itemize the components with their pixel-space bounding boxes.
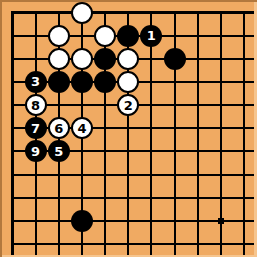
stone-white xyxy=(48,48,70,70)
stone-black xyxy=(94,71,116,93)
stone-black-move-9: 9 xyxy=(25,140,47,162)
stone-white xyxy=(94,25,116,47)
stone-black-move-5: 5 xyxy=(48,140,70,162)
go-board: 138276495 xyxy=(0,0,257,257)
stone-white-move-4: 4 xyxy=(71,117,93,139)
stone-black-move-1: 1 xyxy=(140,25,162,47)
stone-white xyxy=(71,2,93,24)
stone-black-move-7: 7 xyxy=(25,117,47,139)
board-wood-edge-left xyxy=(0,0,2,257)
stone-black xyxy=(71,71,93,93)
board-wood-edge-top xyxy=(0,0,257,2)
stone-black xyxy=(48,71,70,93)
stone-black xyxy=(117,25,139,47)
star-point xyxy=(218,218,224,224)
stone-black xyxy=(164,48,186,70)
stone-black xyxy=(71,210,93,232)
stone-white-move-8: 8 xyxy=(25,94,47,116)
stone-black xyxy=(94,48,116,70)
grid-line-horizontal xyxy=(11,243,257,245)
crop-edge-right xyxy=(254,2,257,257)
grid-line-vertical xyxy=(243,11,245,257)
stone-white xyxy=(71,48,93,70)
stone-white-move-2: 2 xyxy=(117,94,139,116)
stone-white xyxy=(48,25,70,47)
stone-white-move-6: 6 xyxy=(48,117,70,139)
stone-white xyxy=(117,48,139,70)
stone-white xyxy=(117,71,139,93)
stone-black-move-3: 3 xyxy=(25,71,47,93)
